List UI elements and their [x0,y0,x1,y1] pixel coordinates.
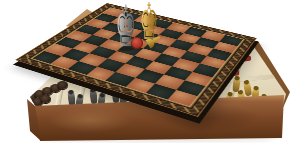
pewter-piece-lying [89,88,98,105]
checkers-disc [40,95,51,103]
pawn-red-felt-base [131,37,143,49]
pewter-piece-lying [67,90,76,107]
checkers-disc [57,81,68,89]
red-felt-patch [243,55,252,61]
chess-set-photo: ♚♚♟ [0,0,290,143]
